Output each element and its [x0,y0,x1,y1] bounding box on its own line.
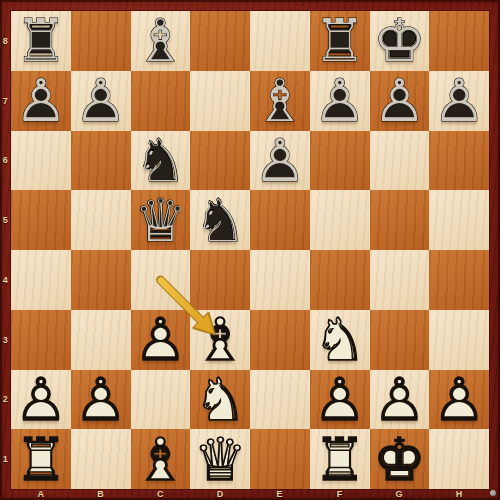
square-a8[interactable]: ♜♖ [11,11,71,71]
black-pawn-h7[interactable]: ♟♙ [429,71,489,131]
black-pawn-a7[interactable]: ♟♙ [11,71,71,131]
square-g1[interactable]: ♚♔ [370,429,430,489]
black-queen-c5[interactable]: ♛♕ [131,190,191,250]
black-pawn-b7[interactable]: ♟♙ [71,71,131,131]
file-label-d: D [217,489,224,499]
white-pawn-a2[interactable]: ♟♙ [11,370,71,430]
square-e3[interactable] [250,310,310,370]
chess-diagram: ♜♖♝♗♜♖♚♔♟♙♟♙♝♗♟♙♟♙♟♙♞♘♟♙♛♕♞♘♟♙♝♗♞♘♟♙♟♙♞♘… [0,0,500,500]
board: ♜♖♝♗♜♖♚♔♟♙♟♙♝♗♟♙♟♙♟♙♞♘♟♙♛♕♞♘♟♙♝♗♞♘♟♙♟♙♞♘… [11,11,489,489]
square-c3[interactable]: ♟♙ [131,310,191,370]
square-f7[interactable]: ♟♙ [310,71,370,131]
square-b7[interactable]: ♟♙ [71,71,131,131]
square-g7[interactable]: ♟♙ [370,71,430,131]
rank-label-4: 4 [3,275,9,285]
square-e6[interactable]: ♟♙ [250,131,310,191]
corner-dot [490,490,496,496]
square-f4[interactable] [310,250,370,310]
square-a6[interactable] [11,131,71,191]
square-a1[interactable]: ♜♖ [11,429,71,489]
square-h1[interactable] [429,429,489,489]
square-c5[interactable]: ♛♕ [131,190,191,250]
square-f6[interactable] [310,131,370,191]
square-c6[interactable]: ♞♘ [131,131,191,191]
square-b5[interactable] [71,190,131,250]
square-b3[interactable] [71,310,131,370]
square-d2[interactable]: ♞♘ [190,370,250,430]
square-f2[interactable]: ♟♙ [310,370,370,430]
file-label-b: B [97,489,104,499]
square-c7[interactable] [131,71,191,131]
square-e5[interactable] [250,190,310,250]
square-g2[interactable]: ♟♙ [370,370,430,430]
rank-label-3: 3 [3,335,9,345]
file-label-e: E [277,489,284,499]
square-h8[interactable] [429,11,489,71]
rank-label-8: 8 [3,36,9,46]
rank-label-2: 2 [3,394,9,404]
square-e7[interactable]: ♝♗ [250,71,310,131]
rank-label-6: 6 [3,155,9,165]
white-pawn-h2[interactable]: ♟♙ [429,370,489,430]
square-h7[interactable]: ♟♙ [429,71,489,131]
square-d8[interactable] [190,11,250,71]
square-b1[interactable] [71,429,131,489]
black-pawn-g7[interactable]: ♟♙ [370,71,430,131]
square-b8[interactable] [71,11,131,71]
white-pawn-c3[interactable]: ♟♙ [131,310,191,370]
square-f1[interactable]: ♜♖ [310,429,370,489]
rank-label-5: 5 [3,215,9,225]
file-label-f: F [337,489,343,499]
white-pawn-b2[interactable]: ♟♙ [71,370,131,430]
black-knight-c6[interactable]: ♞♘ [131,131,191,191]
rank-label-1: 1 [3,454,9,464]
square-f8[interactable]: ♜♖ [310,11,370,71]
square-f5[interactable] [310,190,370,250]
square-d4[interactable] [190,250,250,310]
square-g8[interactable]: ♚♔ [370,11,430,71]
square-d7[interactable] [190,71,250,131]
square-h3[interactable] [429,310,489,370]
square-g5[interactable] [370,190,430,250]
square-f3[interactable]: ♞♘ [310,310,370,370]
square-c8[interactable]: ♝♗ [131,11,191,71]
square-a7[interactable]: ♟♙ [11,71,71,131]
square-e1[interactable] [250,429,310,489]
square-a4[interactable] [11,250,71,310]
black-rook-a8[interactable]: ♜♖ [11,11,71,71]
black-bishop-c8[interactable]: ♝♗ [131,11,191,71]
white-king-g1[interactable]: ♚♔ [370,429,430,489]
square-e8[interactable] [250,11,310,71]
file-label-h: H [456,489,463,499]
white-queen-d1[interactable]: ♛♕ [190,429,250,489]
white-rook-f1[interactable]: ♜♖ [310,429,370,489]
black-king-g8[interactable]: ♚♔ [370,11,430,71]
black-knight-d5[interactable]: ♞♘ [190,190,250,250]
white-pawn-g2[interactable]: ♟♙ [370,370,430,430]
square-d5[interactable]: ♞♘ [190,190,250,250]
white-knight-d2[interactable]: ♞♘ [190,370,250,430]
white-knight-f3[interactable]: ♞♘ [310,310,370,370]
square-b2[interactable]: ♟♙ [71,370,131,430]
white-pawn-f2[interactable]: ♟♙ [310,370,370,430]
black-pawn-e6[interactable]: ♟♙ [250,131,310,191]
square-a3[interactable] [11,310,71,370]
square-b4[interactable] [71,250,131,310]
square-c4[interactable] [131,250,191,310]
square-g6[interactable] [370,131,430,191]
rank-label-7: 7 [3,96,9,106]
file-label-g: G [396,489,404,499]
file-label-c: C [157,489,164,499]
square-c1[interactable]: ♝♗ [131,429,191,489]
square-h4[interactable] [429,250,489,310]
square-d3[interactable]: ♝♗ [190,310,250,370]
square-b6[interactable] [71,131,131,191]
black-bishop-e7[interactable]: ♝♗ [250,71,310,131]
white-bishop-d3[interactable]: ♝♗ [190,310,250,370]
square-a5[interactable] [11,190,71,250]
square-h2[interactable]: ♟♙ [429,370,489,430]
square-h5[interactable] [429,190,489,250]
square-d1[interactable]: ♛♕ [190,429,250,489]
square-e2[interactable] [250,370,310,430]
white-rook-a1[interactable]: ♜♖ [11,429,71,489]
square-a2[interactable]: ♟♙ [11,370,71,430]
black-rook-f8[interactable]: ♜♖ [310,11,370,71]
square-g4[interactable] [370,250,430,310]
square-d6[interactable] [190,131,250,191]
square-c2[interactable] [131,370,191,430]
square-g3[interactable] [370,310,430,370]
square-e4[interactable] [250,250,310,310]
black-pawn-f7[interactable]: ♟♙ [310,71,370,131]
file-label-a: A [37,489,44,499]
white-bishop-c1[interactable]: ♝♗ [131,429,191,489]
square-h6[interactable] [429,131,489,191]
